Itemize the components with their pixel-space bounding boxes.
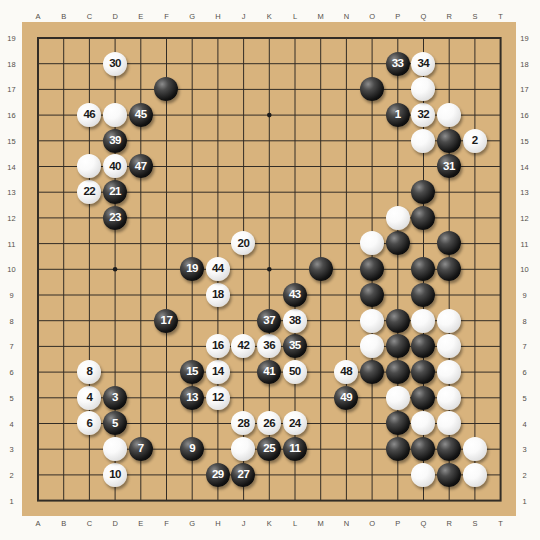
stone-white-Q18: 34 (411, 52, 435, 76)
row-label-right: 6 (522, 368, 526, 377)
move-number: 19 (186, 263, 198, 275)
row-label-right: 12 (520, 213, 528, 222)
move-number: 6 (86, 418, 92, 430)
move-number: 36 (263, 340, 275, 352)
stone-white-H7: 16 (206, 334, 230, 358)
row-label-right: 5 (522, 393, 526, 402)
column-label-top: K (267, 12, 272, 21)
column-label-bottom: F (164, 519, 169, 528)
move-number: 21 (109, 186, 121, 198)
stone-white-D14: 40 (103, 154, 127, 178)
stone-black-P8 (386, 309, 410, 333)
stone-white-L4: 24 (283, 411, 307, 435)
stone-black-P7 (386, 334, 410, 358)
stone-white-C14 (77, 154, 101, 178)
move-number: 45 (135, 109, 147, 121)
row-label-right: 7 (522, 342, 526, 351)
stone-black-G5: 13 (180, 386, 204, 410)
stone-black-D13: 21 (103, 180, 127, 204)
move-number: 38 (289, 315, 301, 327)
stone-white-H9: 18 (206, 283, 230, 307)
column-label-bottom: N (344, 519, 349, 528)
stone-white-J4: 28 (231, 411, 255, 435)
move-number: 29 (212, 469, 224, 481)
stone-white-K7: 36 (257, 334, 281, 358)
move-number: 47 (135, 161, 147, 173)
move-number: 13 (186, 392, 198, 404)
stone-white-Q16: 32 (411, 103, 435, 127)
column-label-top: H (215, 12, 220, 21)
stone-white-R5 (437, 386, 461, 410)
stone-black-D4: 5 (103, 411, 127, 435)
move-number: 24 (289, 418, 301, 430)
move-number: 40 (109, 161, 121, 173)
column-label-bottom: J (242, 519, 246, 528)
board-grid[interactable]: 1234567891011121314151617181920212223242… (25, 25, 513, 513)
stone-black-K6: 41 (257, 360, 281, 384)
row-label-left: 12 (7, 213, 15, 222)
stone-black-Q13 (411, 180, 435, 204)
row-label-right: 13 (520, 188, 528, 197)
stone-white-O8 (360, 309, 384, 333)
stone-white-H6: 14 (206, 360, 230, 384)
stone-white-P12 (386, 206, 410, 230)
row-label-right: 8 (522, 316, 526, 325)
row-label-right: 19 (520, 34, 528, 43)
stone-white-O7 (360, 334, 384, 358)
stone-black-P11 (386, 231, 410, 255)
stone-black-P16: 1 (386, 103, 410, 127)
move-number: 41 (263, 366, 275, 378)
row-label-right: 3 (522, 445, 526, 454)
row-label-left: 13 (7, 188, 15, 197)
stone-black-P18: 33 (386, 52, 410, 76)
column-label-top: M (318, 12, 324, 21)
stone-white-N6: 48 (334, 360, 358, 384)
row-label-left: 11 (8, 239, 16, 248)
column-label-bottom: E (138, 519, 143, 528)
column-label-bottom: T (498, 519, 503, 528)
stone-black-E14: 47 (129, 154, 153, 178)
stone-white-C6: 8 (77, 360, 101, 384)
stone-black-R10 (437, 257, 461, 281)
stone-black-E16: 45 (129, 103, 153, 127)
stone-white-R8 (437, 309, 461, 333)
stone-white-Q17 (411, 77, 435, 101)
row-label-left: 2 (9, 470, 13, 479)
move-number: 1 (395, 109, 401, 121)
move-number: 5 (112, 418, 118, 430)
move-number: 32 (417, 109, 429, 121)
go-board-diagram: AABBCCDDEEFFGGHHJJKKLLMMNNOOPPQQRRSSTT19… (0, 0, 540, 540)
stone-black-D15: 39 (103, 129, 127, 153)
column-label-bottom: C (87, 519, 92, 528)
move-number: 50 (289, 366, 301, 378)
column-label-bottom: D (112, 519, 117, 528)
stone-white-H10: 44 (206, 257, 230, 281)
move-number: 15 (186, 366, 198, 378)
column-label-bottom: M (318, 519, 324, 528)
stone-black-D12: 23 (103, 206, 127, 230)
stone-white-J3 (231, 437, 255, 461)
column-label-top: L (293, 12, 297, 21)
stone-white-C13: 22 (77, 180, 101, 204)
stone-white-Q4 (411, 411, 435, 435)
stone-white-D18: 30 (103, 52, 127, 76)
stone-black-Q9 (411, 283, 435, 307)
stone-white-P5 (386, 386, 410, 410)
move-number: 42 (238, 340, 250, 352)
stone-black-Q5 (411, 386, 435, 410)
row-label-right: 16 (520, 111, 528, 120)
move-number: 31 (443, 161, 455, 173)
stone-white-R16 (437, 103, 461, 127)
stone-black-G3: 9 (180, 437, 204, 461)
stone-black-J2: 27 (231, 463, 255, 487)
column-label-bottom: L (293, 519, 297, 528)
stone-black-R3 (437, 437, 461, 461)
stone-white-C4: 6 (77, 411, 101, 435)
stone-black-R11 (437, 231, 461, 255)
column-label-top: C (87, 12, 92, 21)
stone-white-C16: 46 (77, 103, 101, 127)
move-number: 37 (263, 315, 275, 327)
row-label-right: 11 (521, 239, 529, 248)
stone-white-H5: 12 (206, 386, 230, 410)
column-label-top: G (189, 12, 195, 21)
row-label-left: 9 (9, 291, 13, 300)
row-label-right: 4 (522, 419, 526, 428)
row-label-left: 7 (9, 342, 13, 351)
column-label-top: B (61, 12, 66, 21)
stone-white-L6: 50 (283, 360, 307, 384)
row-label-left: 16 (7, 111, 15, 120)
move-number: 48 (340, 366, 352, 378)
column-label-bottom: G (189, 519, 195, 528)
column-label-top: R (446, 12, 451, 21)
move-number: 49 (340, 392, 352, 404)
move-number: 2 (472, 135, 478, 147)
row-label-left: 1 (9, 496, 13, 505)
row-label-right: 9 (522, 291, 526, 300)
row-label-left: 17 (7, 85, 15, 94)
row-label-right: 14 (520, 162, 528, 171)
stone-black-K8: 37 (257, 309, 281, 333)
stone-white-Q15 (411, 129, 435, 153)
stone-white-Q2 (411, 463, 435, 487)
stone-white-S3 (463, 437, 487, 461)
column-label-top: S (472, 12, 477, 21)
column-label-top: N (344, 12, 349, 21)
stone-black-E3: 7 (129, 437, 153, 461)
stone-black-P4 (386, 411, 410, 435)
row-label-right: 18 (520, 59, 528, 68)
stone-black-Q7 (411, 334, 435, 358)
stone-black-K3: 25 (257, 437, 281, 461)
move-number: 12 (212, 392, 224, 404)
move-number: 17 (161, 315, 173, 327)
move-number: 7 (138, 443, 144, 455)
row-label-right: 15 (520, 136, 528, 145)
column-label-top: P (395, 12, 400, 21)
column-label-bottom: R (446, 519, 451, 528)
stone-black-F17 (154, 77, 178, 101)
stone-black-Q3 (411, 437, 435, 461)
move-number: 39 (109, 135, 121, 147)
stone-white-L8: 38 (283, 309, 307, 333)
row-label-left: 14 (7, 162, 15, 171)
column-label-top: Q (421, 12, 427, 21)
column-label-top: E (138, 12, 143, 21)
stone-white-R6 (437, 360, 461, 384)
move-number: 11 (289, 443, 300, 455)
row-label-right: 1 (522, 496, 526, 505)
move-number: 43 (289, 289, 301, 301)
stone-black-M10 (309, 257, 333, 281)
stone-black-Q10 (411, 257, 435, 281)
row-label-right: 17 (520, 85, 528, 94)
row-label-left: 8 (9, 316, 13, 325)
stone-black-Q12 (411, 206, 435, 230)
stone-black-O9 (360, 283, 384, 307)
row-label-left: 18 (7, 59, 15, 68)
stone-white-R4 (437, 411, 461, 435)
stone-black-O10 (360, 257, 384, 281)
row-label-left: 6 (9, 368, 13, 377)
move-number: 10 (109, 469, 121, 481)
column-label-bottom: H (215, 519, 220, 528)
move-number: 23 (109, 212, 121, 224)
stone-black-L3: 11 (283, 437, 307, 461)
column-label-top: F (164, 12, 169, 21)
stone-white-S2 (463, 463, 487, 487)
move-number: 46 (83, 109, 95, 121)
move-number: 9 (189, 443, 195, 455)
stone-black-G10: 19 (180, 257, 204, 281)
move-number: 30 (109, 58, 121, 70)
stone-white-D2: 10 (103, 463, 127, 487)
stone-white-Q8 (411, 309, 435, 333)
move-number: 14 (212, 366, 224, 378)
move-number: 16 (212, 340, 224, 352)
stone-black-L7: 35 (283, 334, 307, 358)
stone-white-S15: 2 (463, 129, 487, 153)
row-label-right: 10 (520, 265, 528, 274)
move-number: 28 (238, 418, 250, 430)
stone-black-O6 (360, 360, 384, 384)
column-label-top: D (112, 12, 117, 21)
stone-black-D5: 3 (103, 386, 127, 410)
stone-black-P3 (386, 437, 410, 461)
move-number: 35 (289, 340, 301, 352)
move-number: 4 (86, 392, 92, 404)
row-label-left: 5 (9, 393, 13, 402)
column-label-bottom: B (61, 519, 66, 528)
row-label-left: 3 (9, 445, 13, 454)
move-number: 20 (238, 238, 250, 250)
stone-black-Q6 (411, 360, 435, 384)
stone-black-O17 (360, 77, 384, 101)
row-label-left: 4 (9, 419, 13, 428)
move-number: 44 (212, 263, 224, 275)
stone-black-H2: 29 (206, 463, 230, 487)
stone-white-C5: 4 (77, 386, 101, 410)
column-label-bottom: P (395, 519, 400, 528)
stone-white-R7 (437, 334, 461, 358)
move-number: 8 (86, 366, 92, 378)
stone-black-N5: 49 (334, 386, 358, 410)
move-number: 33 (392, 58, 404, 70)
stone-black-F8: 17 (154, 309, 178, 333)
column-label-bottom: S (472, 519, 477, 528)
column-label-top: A (35, 12, 40, 21)
column-label-top: T (498, 12, 503, 21)
move-number: 25 (263, 443, 275, 455)
stone-white-O11 (360, 231, 384, 255)
stone-black-R2 (437, 463, 461, 487)
row-label-right: 2 (522, 470, 526, 479)
row-label-left: 15 (7, 136, 15, 145)
move-number: 3 (112, 392, 118, 404)
move-number: 26 (263, 418, 275, 430)
column-label-top: J (242, 12, 246, 21)
stone-white-J11: 20 (231, 231, 255, 255)
column-label-top: O (369, 12, 375, 21)
column-label-bottom: Q (421, 519, 427, 528)
stone-black-R15 (437, 129, 461, 153)
column-label-bottom: O (369, 519, 375, 528)
stone-black-G6: 15 (180, 360, 204, 384)
move-number: 27 (238, 469, 250, 481)
stone-white-K4: 26 (257, 411, 281, 435)
move-number: 18 (212, 289, 224, 301)
column-label-bottom: K (267, 519, 272, 528)
stone-white-J7: 42 (231, 334, 255, 358)
stone-black-P6 (386, 360, 410, 384)
stone-black-L9: 43 (283, 283, 307, 307)
row-label-left: 19 (7, 34, 15, 43)
row-label-left: 10 (7, 265, 15, 274)
stone-white-D3 (103, 437, 127, 461)
column-label-bottom: A (35, 519, 40, 528)
stone-black-R14: 31 (437, 154, 461, 178)
move-number: 34 (417, 58, 429, 70)
stone-white-D16 (103, 103, 127, 127)
move-number: 22 (83, 186, 95, 198)
